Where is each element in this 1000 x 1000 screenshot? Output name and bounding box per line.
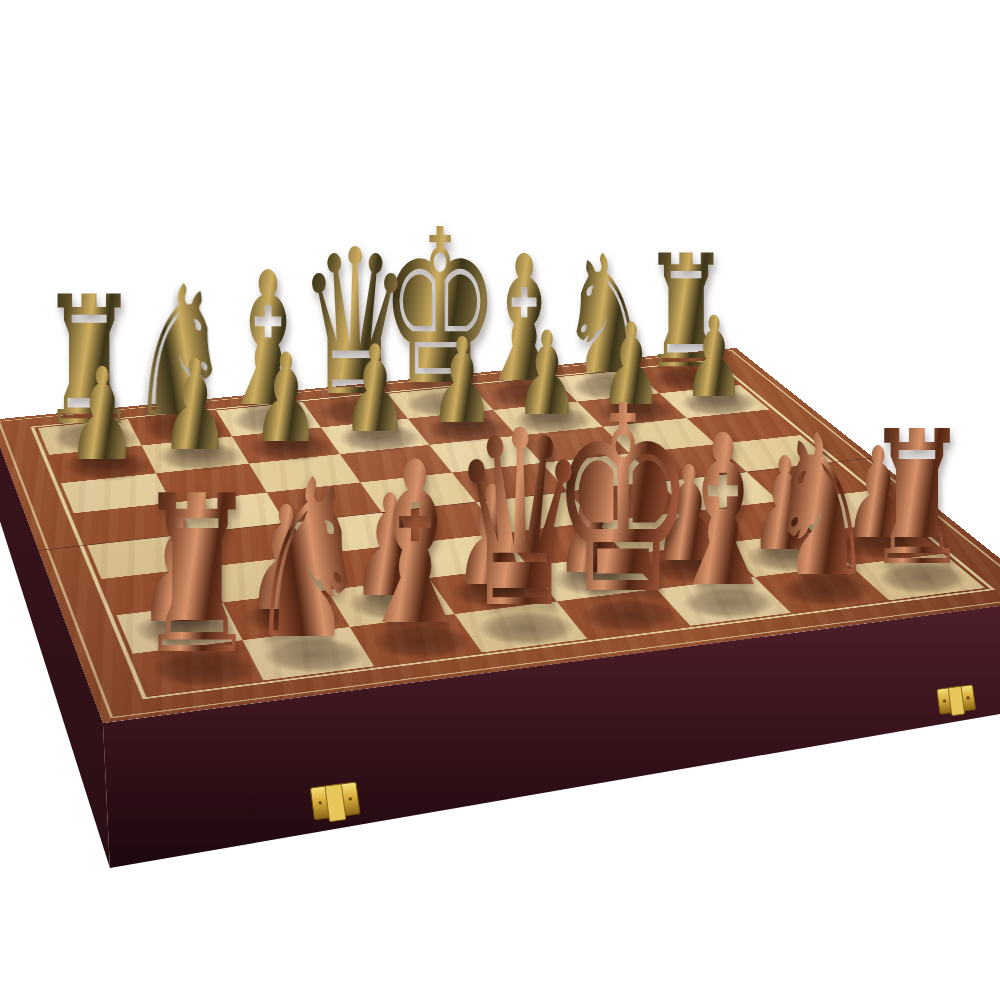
piece-white-rook-a1: ♜ (136, 467, 259, 685)
piece-black-pawn-a7: ♟ (66, 351, 138, 479)
chess-set-product-photo: Bronze and copper metal Staunton chess p… (0, 0, 1000, 1000)
piece-white-knight-b1: ♞ (245, 451, 369, 670)
piece-white-rook-h1: ♜ (865, 407, 969, 592)
piece-white-knight-g1: ♞ (766, 409, 876, 604)
piece-white-bishop-c1: ♝ (352, 433, 479, 657)
